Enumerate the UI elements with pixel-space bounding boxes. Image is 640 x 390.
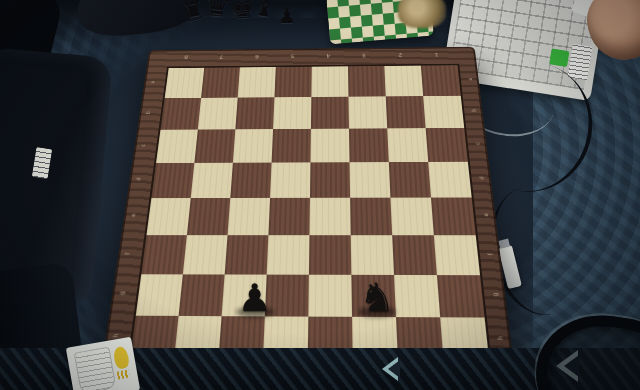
square-d4 xyxy=(310,162,350,198)
square-a4 xyxy=(311,66,348,97)
square-e7 xyxy=(187,198,230,235)
square-b6 xyxy=(235,97,274,129)
coordinate-label: 7 xyxy=(219,54,223,59)
coordinate-label: c xyxy=(474,141,481,144)
square-c6 xyxy=(233,129,273,163)
square-e6 xyxy=(228,198,270,235)
coordinate-label: e xyxy=(129,213,136,217)
coordinate-label: e xyxy=(482,212,490,216)
coordinate-label: 8 xyxy=(184,54,189,59)
spare-black-piece: ♛ xyxy=(202,0,232,24)
square-g8 xyxy=(136,274,183,316)
square-c3 xyxy=(349,128,389,162)
square-f7 xyxy=(183,235,228,274)
coordinate-label: 4 xyxy=(326,53,330,58)
coordinate-label: a xyxy=(467,77,474,80)
chess-board-area: 87654321 87654321 abcdefgh abcdefgh xyxy=(96,22,520,370)
square-d6 xyxy=(230,163,271,198)
coordinate-label: g xyxy=(118,291,126,295)
square-g4 xyxy=(308,275,352,317)
card-marks xyxy=(117,370,130,380)
square-g5 xyxy=(265,275,309,317)
coordinate-label: g xyxy=(491,292,499,296)
square-f5 xyxy=(267,235,310,275)
spare-black-piece: ♝ xyxy=(252,0,278,24)
square-f4 xyxy=(309,235,351,275)
coordinate-label: b xyxy=(470,108,477,111)
coordinate-label: c xyxy=(140,143,147,146)
coordinate-label: f xyxy=(124,251,132,255)
coordinate-label: d xyxy=(135,177,142,180)
coordinate-label: b xyxy=(145,111,152,114)
square-f2 xyxy=(392,235,437,275)
square-f6 xyxy=(225,235,269,274)
square-d5 xyxy=(270,162,310,197)
playing-area xyxy=(127,64,492,365)
square-c8 xyxy=(156,130,198,164)
square-g2 xyxy=(394,275,440,317)
square-b7 xyxy=(198,98,238,130)
square-e1 xyxy=(431,197,476,235)
square-g1 xyxy=(437,275,485,317)
coordinate-label: a xyxy=(149,80,156,83)
square-c4 xyxy=(310,129,349,163)
square-d8 xyxy=(151,163,194,198)
square-a3 xyxy=(348,66,386,97)
square-e5 xyxy=(268,198,310,235)
green-sticker xyxy=(549,48,569,67)
square-c7 xyxy=(194,129,235,163)
square-c2 xyxy=(387,128,428,162)
square-b2 xyxy=(386,96,426,128)
square-a8 xyxy=(165,68,205,98)
square-b8 xyxy=(160,98,201,130)
square-c1 xyxy=(426,128,468,162)
square-f3 xyxy=(351,235,394,275)
square-e8 xyxy=(146,198,190,235)
coordinates-top: 87654321 xyxy=(168,51,455,59)
card-outline-drawing xyxy=(74,347,117,390)
square-a7 xyxy=(201,67,240,97)
square-a5 xyxy=(274,67,311,98)
square-b4 xyxy=(311,97,349,129)
square-e3 xyxy=(350,198,392,236)
square-g3 xyxy=(351,275,396,317)
square-b3 xyxy=(348,96,387,128)
square-d1 xyxy=(428,162,471,198)
coordinate-label: f xyxy=(487,251,495,255)
coordinate-label: h xyxy=(112,333,120,337)
chess-board-frame: 87654321 87654321 abcdefgh abcdefgh xyxy=(99,47,517,388)
square-f8 xyxy=(141,235,187,274)
photo: ♜♛♚♝♟ 87654321 87654321 abcdefgh abcdefg… xyxy=(0,0,640,390)
square-g6 xyxy=(222,275,267,317)
square-d2 xyxy=(389,162,431,198)
square-a1 xyxy=(421,65,461,96)
coordinate-label: 5 xyxy=(290,53,294,58)
square-g7 xyxy=(179,274,225,316)
square-e2 xyxy=(390,198,433,236)
square-f1 xyxy=(434,235,480,275)
card-crest xyxy=(113,346,131,370)
square-d3 xyxy=(350,162,391,198)
barcode-label xyxy=(567,44,592,81)
coordinate-label: 1 xyxy=(434,51,439,56)
coordinate-label: 3 xyxy=(362,52,366,57)
carpet-chevron-motif xyxy=(382,357,398,381)
square-b5 xyxy=(273,97,311,129)
square-a2 xyxy=(384,66,423,97)
coordinate-label: 6 xyxy=(255,53,259,58)
square-b1 xyxy=(423,96,464,128)
coordinate-label: 2 xyxy=(398,52,402,57)
square-a6 xyxy=(238,67,276,98)
square-d7 xyxy=(191,163,233,198)
coordinate-label: h xyxy=(496,335,504,339)
square-c5 xyxy=(272,129,311,163)
square-e4 xyxy=(309,198,350,235)
coordinate-label: d xyxy=(478,176,485,179)
